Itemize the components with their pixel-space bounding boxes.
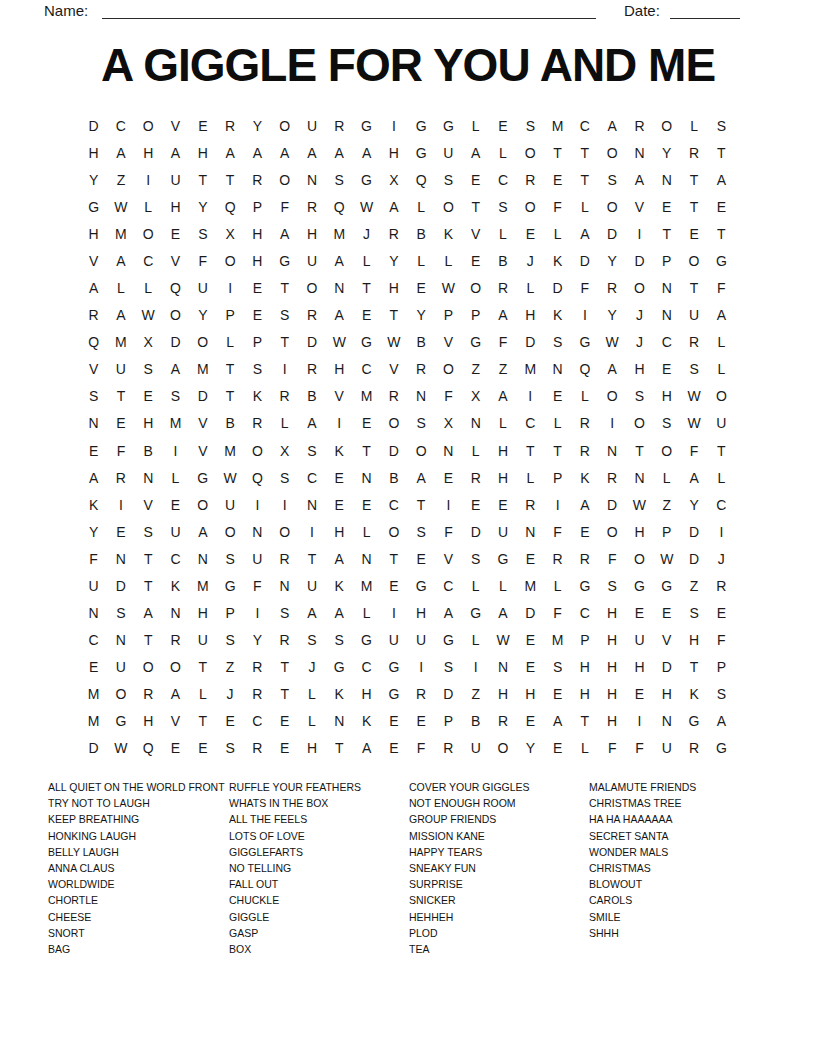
grid-cell: U [298, 247, 325, 274]
grid-cell: E [380, 735, 407, 762]
grid-cell: I [407, 654, 434, 681]
grid-cell: A [135, 600, 162, 627]
grid-cell: A [380, 193, 407, 220]
grid-cell: E [353, 410, 380, 437]
grid-cell: H [189, 139, 216, 166]
grid-cell: Q [162, 275, 189, 302]
grid-cell: C [489, 166, 516, 193]
grid-cell: N [135, 464, 162, 491]
grid-cell: K [326, 572, 353, 599]
grid-cell: W [489, 627, 516, 654]
grid-cell: X [216, 220, 243, 247]
grid-cell: T [708, 139, 735, 166]
grid-cell: H [135, 410, 162, 437]
grid-cell: X [435, 410, 462, 437]
grid-cell: N [353, 464, 380, 491]
grid-cell: M [189, 356, 216, 383]
grid-cell: A [353, 735, 380, 762]
grid-cell: V [326, 383, 353, 410]
grid-cell: A [326, 247, 353, 274]
word-list-item: FALL OUT [229, 876, 409, 892]
grid-cell: S [626, 383, 653, 410]
grid-cell: E [271, 735, 298, 762]
word-list-item: CAROLS [589, 892, 769, 908]
grid-cell: E [626, 600, 653, 627]
grid-cell: L [680, 112, 707, 139]
grid-cell: S [680, 356, 707, 383]
grid-cell: A [298, 600, 325, 627]
grid-cell: L [462, 437, 489, 464]
grid-cell: O [599, 518, 626, 545]
grid-cell: T [271, 275, 298, 302]
grid-cell: S [271, 464, 298, 491]
grid-cell: L [162, 464, 189, 491]
grid-cell: H [380, 139, 407, 166]
grid-cell: M [107, 220, 134, 247]
grid-cell: H [653, 681, 680, 708]
grid-cell: A [162, 681, 189, 708]
grid-cell: H [326, 518, 353, 545]
grid-cell: R [135, 681, 162, 708]
grid-cell: R [271, 383, 298, 410]
grid-cell: M [80, 708, 107, 735]
grid-cell: H [189, 600, 216, 627]
grid-cell: M [353, 572, 380, 599]
grid-cell: T [135, 545, 162, 572]
grid-cell: E [326, 464, 353, 491]
grid-cell: A [298, 410, 325, 437]
grid-cell: K [80, 491, 107, 518]
grid-cell: L [708, 329, 735, 356]
grid-cell: N [407, 383, 434, 410]
grid-cell: B [407, 329, 434, 356]
grid-cell: L [216, 329, 243, 356]
grid-cell: U [298, 572, 325, 599]
word-list-column-1: ALL QUIET ON THE WORLD FRONTTRY NOT TO L… [48, 779, 228, 957]
grid-cell: H [135, 139, 162, 166]
word-list-item: CHRISTMAS [589, 860, 769, 876]
grid-cell: H [680, 627, 707, 654]
grid-cell: I [435, 491, 462, 518]
grid-cell: R [489, 708, 516, 735]
grid-cell: R [517, 166, 544, 193]
grid-cell: H [298, 735, 325, 762]
grid-cell: H [517, 302, 544, 329]
grid-cell: C [244, 708, 271, 735]
grid-cell: D [298, 329, 325, 356]
grid-cell: F [489, 329, 516, 356]
grid-cell: C [571, 112, 598, 139]
grid-cell: T [216, 356, 243, 383]
grid-cell: A [216, 139, 243, 166]
grid-cell: N [162, 600, 189, 627]
grid-cell: D [653, 654, 680, 681]
grid-cell: Q [571, 356, 598, 383]
grid-cell: A [271, 139, 298, 166]
grid-cell: L [544, 572, 571, 599]
grid-cell: K [326, 681, 353, 708]
grid-cell: O [244, 437, 271, 464]
grid-cell: U [653, 735, 680, 762]
grid-cell: N [435, 437, 462, 464]
grid-cell: T [571, 166, 598, 193]
date-blank-line [670, 18, 740, 19]
grid-cell: O [599, 383, 626, 410]
grid-cell: H [571, 681, 598, 708]
grid-cell: T [380, 302, 407, 329]
grid-cell: K [680, 681, 707, 708]
grid-cell: L [189, 681, 216, 708]
grid-cell: T [680, 193, 707, 220]
grid-cell: I [517, 383, 544, 410]
grid-cell: S [544, 329, 571, 356]
grid-cell: R [407, 681, 434, 708]
grid-cell: H [353, 681, 380, 708]
word-list-item: CHUCKLE [229, 892, 409, 908]
grid-cell: K [326, 437, 353, 464]
grid-cell: G [571, 329, 598, 356]
grid-cell: A [326, 302, 353, 329]
grid-cell: L [353, 247, 380, 274]
word-list-column-3: COVER YOUR GIGGLESNOT ENOUGH ROOMGROUP F… [409, 779, 589, 957]
grid-cell: S [271, 302, 298, 329]
grid-cell: S [407, 518, 434, 545]
grid-cell: N [653, 275, 680, 302]
grid-cell: G [216, 572, 243, 599]
grid-cell: Y [189, 302, 216, 329]
date-label: Date: [624, 2, 660, 19]
grid-cell: S [135, 518, 162, 545]
grid-cell: E [517, 627, 544, 654]
grid-cell: C [653, 329, 680, 356]
grid-cell: R [489, 275, 516, 302]
grid-cell: A [353, 139, 380, 166]
word-list-item: SECRET SANTA [589, 828, 769, 844]
grid-cell: H [162, 193, 189, 220]
grid-cell: R [680, 329, 707, 356]
word-list-item: SNEAKY FUN [409, 860, 589, 876]
grid-cell: N [462, 410, 489, 437]
grid-cell: N [80, 410, 107, 437]
grid-cell: I [599, 410, 626, 437]
grid-cell: Y [599, 247, 626, 274]
grid-cell: T [216, 383, 243, 410]
grid-cell: I [708, 518, 735, 545]
grid-cell: T [517, 437, 544, 464]
grid-cell: P [653, 247, 680, 274]
grid-cell: V [462, 220, 489, 247]
grid-cell: S [462, 545, 489, 572]
grid-cell: I [135, 166, 162, 193]
grid-cell: S [435, 166, 462, 193]
grid-cell: O [135, 654, 162, 681]
grid-cell: F [599, 735, 626, 762]
word-list-item: WHATS IN THE BOX [229, 795, 409, 811]
grid-cell: Z [107, 166, 134, 193]
grid-cell: H [599, 681, 626, 708]
grid-cell: L [544, 220, 571, 247]
grid-cell: A [326, 139, 353, 166]
grid-cell: R [244, 654, 271, 681]
grid-cell: R [380, 220, 407, 247]
grid-cell: L [407, 193, 434, 220]
name-blank-line [102, 18, 596, 19]
grid-cell: F [435, 383, 462, 410]
grid-cell: N [326, 275, 353, 302]
grid-cell: H [407, 600, 434, 627]
grid-cell: T [271, 654, 298, 681]
grid-cell: S [653, 410, 680, 437]
grid-cell: E [380, 572, 407, 599]
grid-cell: H [298, 220, 325, 247]
grid-cell: E [517, 708, 544, 735]
grid-cell: S [216, 627, 243, 654]
grid-cell: Y [517, 735, 544, 762]
grid-cell: R [599, 275, 626, 302]
word-list-item: ALL THE FEELS [229, 811, 409, 827]
grid-cell: R [298, 193, 325, 220]
grid-cell: N [107, 627, 134, 654]
grid-cell: H [599, 708, 626, 735]
grid-cell: E [653, 600, 680, 627]
grid-cell: Y [407, 302, 434, 329]
grid-cell: S [216, 545, 243, 572]
grid-cell: D [599, 491, 626, 518]
grid-cell: F [107, 437, 134, 464]
grid-cell: O [162, 302, 189, 329]
grid-cell: C [80, 627, 107, 654]
grid-cell: E [544, 735, 571, 762]
grid-cell: S [244, 356, 271, 383]
grid-cell: U [462, 735, 489, 762]
word-list-item: GROUP FRIENDS [409, 811, 589, 827]
grid-cell: L [462, 572, 489, 599]
grid-cell: L [489, 410, 516, 437]
grid-cell: C [517, 410, 544, 437]
grid-cell: I [298, 518, 325, 545]
grid-cell: O [653, 112, 680, 139]
grid-cell: T [107, 383, 134, 410]
grid-cell: W [680, 410, 707, 437]
word-list-item: TEA [409, 941, 589, 957]
grid-cell: G [435, 627, 462, 654]
word-list-item: MALAMUTE FRIENDS [589, 779, 769, 795]
grid-cell: W [626, 491, 653, 518]
grid-cell: T [189, 166, 216, 193]
grid-cell: E [189, 735, 216, 762]
grid-cell: C [107, 112, 134, 139]
grid-cell: H [244, 247, 271, 274]
grid-cell: N [653, 302, 680, 329]
grid-cell: N [107, 545, 134, 572]
grid-cell: S [544, 654, 571, 681]
grid-cell: J [626, 302, 653, 329]
grid-cell: W [680, 383, 707, 410]
grid-cell: A [489, 600, 516, 627]
grid-cell: S [216, 735, 243, 762]
name-label: Name: [44, 2, 88, 19]
grid-cell: N [653, 708, 680, 735]
grid-cell: S [517, 112, 544, 139]
grid-cell: H [626, 654, 653, 681]
grid-cell: H [626, 356, 653, 383]
grid-cell: I [271, 491, 298, 518]
grid-cell: E [680, 220, 707, 247]
grid-cell: O [517, 193, 544, 220]
grid-cell: H [599, 627, 626, 654]
grid-cell: O [599, 193, 626, 220]
grid-cell: W [135, 302, 162, 329]
grid-cell: A [326, 545, 353, 572]
grid-cell: E [244, 302, 271, 329]
word-list-item: TRY NOT TO LAUGH [48, 795, 228, 811]
grid-cell: L [407, 247, 434, 274]
grid-cell: S [298, 437, 325, 464]
grid-cell: G [326, 654, 353, 681]
grid-cell: R [107, 464, 134, 491]
grid-cell: E [517, 545, 544, 572]
grid-cell: U [162, 518, 189, 545]
grid-cell: R [380, 383, 407, 410]
grid-cell: V [189, 410, 216, 437]
grid-cell: I [216, 275, 243, 302]
grid-cell: K [435, 220, 462, 247]
grid-cell: T [544, 437, 571, 464]
grid-cell: E [107, 518, 134, 545]
grid-cell: O [435, 193, 462, 220]
grid-cell: O [189, 329, 216, 356]
word-search-grid: DCOVERYOURGIGGLESMCAROLSHAHAHAAAAAAHGUAL… [80, 112, 735, 762]
grid-cell: Q [135, 735, 162, 762]
grid-cell: E [544, 681, 571, 708]
grid-cell: S [708, 681, 735, 708]
grid-cell: E [189, 112, 216, 139]
word-list-item: SURPRISE [409, 876, 589, 892]
grid-cell: L [517, 275, 544, 302]
grid-cell: N [599, 437, 626, 464]
grid-cell: X [380, 166, 407, 193]
grid-cell: S [162, 383, 189, 410]
grid-cell: O [216, 247, 243, 274]
grid-cell: X [135, 329, 162, 356]
grid-cell: H [653, 383, 680, 410]
grid-cell: Y [80, 166, 107, 193]
grid-cell: Y [189, 193, 216, 220]
word-list-item: SMILE [589, 909, 769, 925]
grid-cell: T [271, 329, 298, 356]
grid-cell: R [407, 356, 434, 383]
grid-cell: Q [244, 464, 271, 491]
grid-cell: F [680, 437, 707, 464]
grid-cell: R [462, 464, 489, 491]
grid-cell: G [80, 193, 107, 220]
grid-cell: F [708, 275, 735, 302]
grid-cell: H [599, 654, 626, 681]
grid-cell: E [544, 166, 571, 193]
grid-cell: G [407, 572, 434, 599]
word-list-item: KEEP BREATHING [48, 811, 228, 827]
grid-cell: L [571, 383, 598, 410]
grid-cell: T [462, 193, 489, 220]
grid-cell: S [407, 410, 434, 437]
grid-cell: H [80, 139, 107, 166]
grid-cell: W [435, 275, 462, 302]
grid-cell: V [80, 356, 107, 383]
grid-cell: W [353, 193, 380, 220]
word-list-item: BELLY LAUGH [48, 844, 228, 860]
grid-cell: K [544, 302, 571, 329]
grid-cell: A [326, 600, 353, 627]
grid-cell: G [353, 329, 380, 356]
grid-cell: T [653, 220, 680, 247]
grid-cell: W [107, 193, 134, 220]
word-list-item: ALL QUIET ON THE WORLD FRONT [48, 779, 228, 795]
grid-cell: N [517, 518, 544, 545]
grid-cell: R [298, 356, 325, 383]
grid-cell: N [626, 139, 653, 166]
grid-cell: P [544, 464, 571, 491]
grid-cell: A [80, 275, 107, 302]
grid-cell: M [517, 356, 544, 383]
grid-cell: T [189, 654, 216, 681]
grid-cell: C [571, 600, 598, 627]
grid-cell: D [599, 220, 626, 247]
grid-cell: Y [599, 302, 626, 329]
grid-cell: E [380, 708, 407, 735]
grid-cell: R [244, 166, 271, 193]
grid-cell: E [571, 518, 598, 545]
grid-cell: E [80, 437, 107, 464]
grid-cell: C [708, 491, 735, 518]
grid-cell: U [626, 627, 653, 654]
grid-cell: M [107, 329, 134, 356]
grid-cell: R [244, 681, 271, 708]
grid-cell: W [380, 329, 407, 356]
grid-cell: E [162, 735, 189, 762]
grid-cell: F [244, 572, 271, 599]
grid-cell: W [653, 545, 680, 572]
grid-cell: U [407, 627, 434, 654]
word-list-item: ANNA CLAUS [48, 860, 228, 876]
grid-cell: F [189, 247, 216, 274]
grid-cell: A [680, 464, 707, 491]
word-list-item: GIGGLEFARTS [229, 844, 409, 860]
grid-cell: L [135, 275, 162, 302]
grid-cell: I [462, 654, 489, 681]
grid-cell: Z [462, 681, 489, 708]
grid-cell: T [271, 681, 298, 708]
grid-cell: E [80, 654, 107, 681]
grid-cell: O [407, 437, 434, 464]
word-list-item: NOT ENOUGH ROOM [409, 795, 589, 811]
grid-cell: A [708, 302, 735, 329]
grid-cell: N [353, 545, 380, 572]
grid-cell: D [517, 600, 544, 627]
grid-cell: D [162, 329, 189, 356]
grid-cell: F [544, 600, 571, 627]
grid-cell: G [571, 572, 598, 599]
grid-cell: L [571, 193, 598, 220]
grid-cell: H [380, 275, 407, 302]
grid-cell: B [298, 383, 325, 410]
grid-cell: O [107, 681, 134, 708]
grid-cell: U [107, 654, 134, 681]
grid-cell: N [544, 356, 571, 383]
word-list-item: HAPPY TEARS [409, 844, 589, 860]
grid-cell: T [135, 572, 162, 599]
grid-cell: T [680, 166, 707, 193]
grid-cell: F [599, 545, 626, 572]
